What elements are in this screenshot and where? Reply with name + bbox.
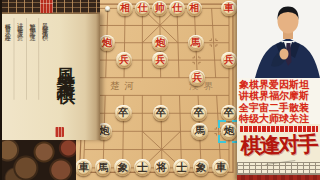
wooden-pieces-photo <box>0 140 76 180</box>
poem-columns: 风靡华夏情人棋繁星似于弈中迷讲评论道万人赏棋争日月人生趣 <box>5 18 49 100</box>
poem-column-2: 繁星似于弈中迷 <box>26 18 37 100</box>
video-frame: 楚河 漢界 車相仕帅仕相車馬炮炮馬兵兵兵兵兵卒卒卒卒卒炮馬炮車馬象士将士象車 風… <box>0 0 320 180</box>
piece-red-炮[interactable]: 炮 <box>99 35 115 51</box>
piece-black-士[interactable]: 士 <box>134 159 151 176</box>
poem-column-4: 棋争日月人生趣 <box>1 18 12 100</box>
poem-column-3: 讲评论道万人赏 <box>14 18 25 100</box>
right-panel: 象棋界爱因斯坦 讲棋界福尔摩斯 全宇宙二手散装 特级大师球关注 棋逢对手 <box>237 0 320 180</box>
red-seal-bottom <box>55 127 64 137</box>
slogan-line-3: 全宇宙二手散装 <box>237 102 320 113</box>
host-photo <box>237 0 320 78</box>
lattice-pattern <box>237 162 320 175</box>
slogan-line-1: 象棋界爱因斯坦 <box>237 79 320 90</box>
piece-red-炮[interactable]: 炮 <box>152 35 168 51</box>
piece-red-兵[interactable]: 兵 <box>221 52 237 68</box>
slogan-block: 象棋界爱因斯坦 讲棋界福尔摩斯 全宇宙二手散装 特级大师球关注 <box>237 78 320 124</box>
river-label-left: 楚河 <box>110 80 139 93</box>
piece-black-馬[interactable]: 馬 <box>191 123 208 140</box>
piece-red-相[interactable]: 相 <box>117 1 133 17</box>
program-title: 風繁講棋 <box>50 13 78 117</box>
channel-logo-block: 棋逢对手 <box>237 124 320 180</box>
piece-red-兵[interactable]: 兵 <box>189 70 205 86</box>
piece-red-馬[interactable]: 馬 <box>188 35 204 51</box>
piece-red-相[interactable]: 相 <box>187 1 203 17</box>
piece-black-炮[interactable]: 炮 <box>221 123 238 140</box>
host-portrait <box>237 0 320 78</box>
red-seal-top <box>40 0 53 13</box>
red-pattern-strip <box>237 175 320 180</box>
left-scroll-panel: 風繁講棋 风靡华夏情人棋繁星似于弈中迷讲评论道万人赏棋争日月人生趣 <box>0 0 100 180</box>
slogan-line-2: 讲棋界福尔摩斯 <box>237 90 320 101</box>
piece-red-仕[interactable]: 仕 <box>169 1 185 17</box>
slogan-line-4: 特级大师球关注 <box>237 113 320 124</box>
piece-red-車[interactable]: 車 <box>221 1 237 17</box>
poem-column-1: 风靡华夏情人棋 <box>38 18 49 100</box>
piece-black-卒[interactable]: 卒 <box>115 105 131 121</box>
left-edge-shadow <box>0 0 2 180</box>
